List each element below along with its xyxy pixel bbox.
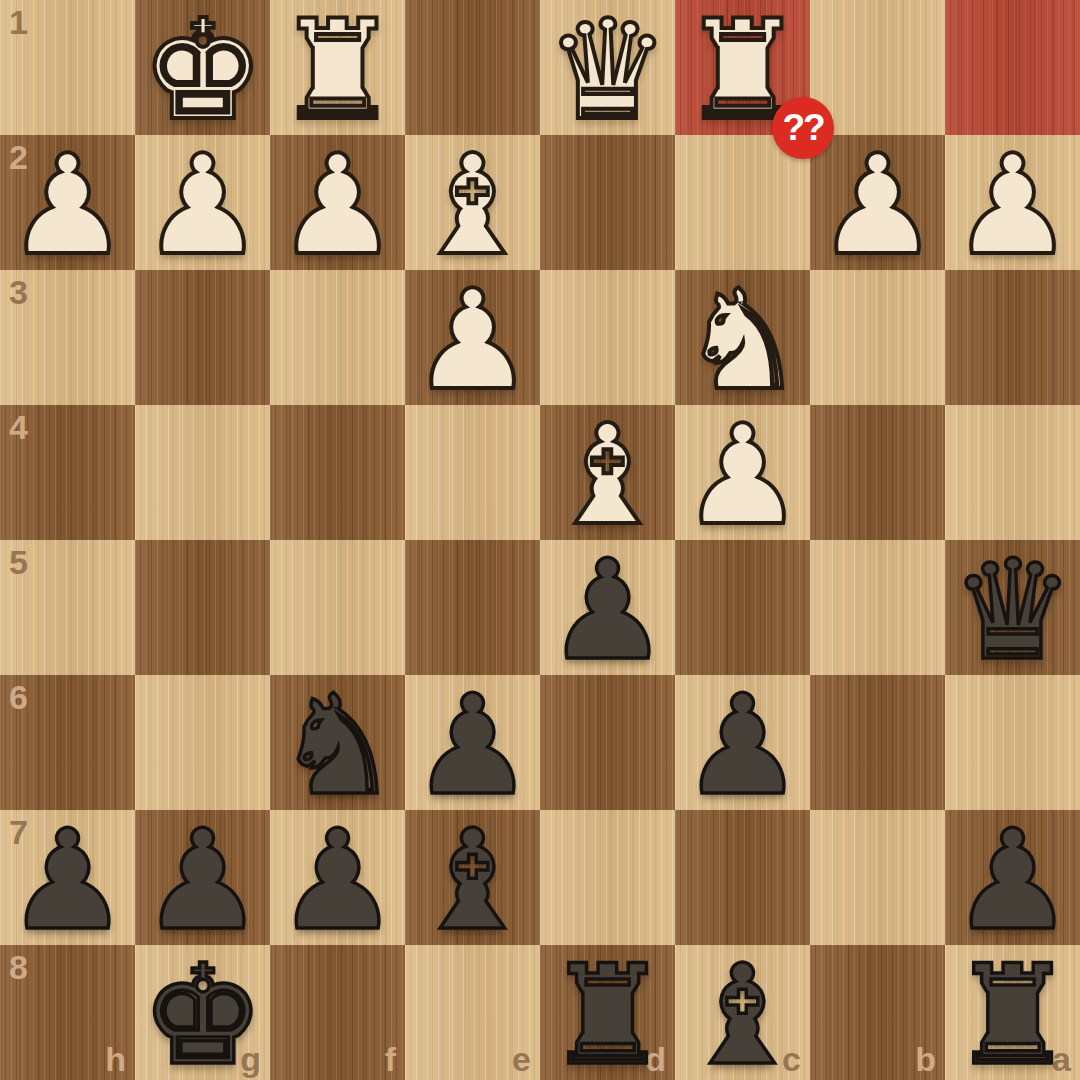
square-a7[interactable]: ♟ xyxy=(945,810,1080,945)
white-pawn[interactable]: ♟ xyxy=(270,138,405,273)
square-b7[interactable] xyxy=(810,810,945,945)
square-b3[interactable] xyxy=(810,270,945,405)
rank-label-6: 6 xyxy=(9,678,28,717)
square-b8[interactable]: b xyxy=(810,945,945,1080)
black-knight[interactable]: ♞ xyxy=(270,678,405,813)
square-g7[interactable]: ♟ xyxy=(135,810,270,945)
chess-board: ?? 1♚♜♛♜2♟♟♟♝♟♟3♟♞4♝♟5♟♛6♞♟♟7♟♟♟♝♟8hg♚fe… xyxy=(0,0,1080,1080)
square-f4[interactable] xyxy=(270,405,405,540)
white-bishop[interactable]: ♝ xyxy=(540,408,675,543)
black-pawn[interactable]: ♟ xyxy=(135,813,270,948)
square-g4[interactable] xyxy=(135,405,270,540)
file-label-e: e xyxy=(512,1040,531,1079)
square-h1[interactable]: 1 xyxy=(0,0,135,135)
square-d6[interactable] xyxy=(540,675,675,810)
square-d8[interactable]: d♜ xyxy=(540,945,675,1080)
square-d3[interactable] xyxy=(540,270,675,405)
square-g3[interactable] xyxy=(135,270,270,405)
white-rook[interactable]: ♜ xyxy=(270,3,405,138)
square-e7[interactable]: ♝ xyxy=(405,810,540,945)
black-pawn[interactable]: ♟ xyxy=(0,813,135,948)
square-b4[interactable] xyxy=(810,405,945,540)
square-d1[interactable]: ♛ xyxy=(540,0,675,135)
square-c8[interactable]: c♝ xyxy=(675,945,810,1080)
square-e8[interactable]: e xyxy=(405,945,540,1080)
white-pawn[interactable]: ♟ xyxy=(405,273,540,408)
square-g1[interactable]: ♚ xyxy=(135,0,270,135)
square-h8[interactable]: 8h xyxy=(0,945,135,1080)
square-g6[interactable] xyxy=(135,675,270,810)
square-f3[interactable] xyxy=(270,270,405,405)
black-pawn[interactable]: ♟ xyxy=(945,813,1080,948)
square-g5[interactable] xyxy=(135,540,270,675)
white-knight[interactable]: ♞ xyxy=(675,273,810,408)
square-a3[interactable] xyxy=(945,270,1080,405)
white-queen[interactable]: ♛ xyxy=(540,3,675,138)
black-pawn[interactable]: ♟ xyxy=(405,678,540,813)
blunder-badge: ?? xyxy=(772,97,834,159)
square-c5[interactable] xyxy=(675,540,810,675)
white-pawn[interactable]: ♟ xyxy=(945,138,1080,273)
square-f6[interactable]: ♞ xyxy=(270,675,405,810)
black-bishop[interactable]: ♝ xyxy=(405,813,540,948)
square-b6[interactable] xyxy=(810,675,945,810)
square-h3[interactable]: 3 xyxy=(0,270,135,405)
square-h7[interactable]: 7♟ xyxy=(0,810,135,945)
square-d7[interactable] xyxy=(540,810,675,945)
square-f1[interactable]: ♜ xyxy=(270,0,405,135)
black-rook[interactable]: ♜ xyxy=(945,948,1080,1080)
black-queen[interactable]: ♛ xyxy=(945,543,1080,678)
square-f2[interactable]: ♟ xyxy=(270,135,405,270)
rank-label-4: 4 xyxy=(9,408,28,447)
square-a8[interactable]: a♜ xyxy=(945,945,1080,1080)
square-c7[interactable] xyxy=(675,810,810,945)
white-pawn[interactable]: ♟ xyxy=(0,138,135,273)
file-label-h: h xyxy=(105,1040,126,1079)
square-d5[interactable]: ♟ xyxy=(540,540,675,675)
square-e4[interactable] xyxy=(405,405,540,540)
square-c4[interactable]: ♟ xyxy=(675,405,810,540)
square-g2[interactable]: ♟ xyxy=(135,135,270,270)
white-king[interactable]: ♚ xyxy=(135,3,270,138)
square-e6[interactable]: ♟ xyxy=(405,675,540,810)
black-bishop[interactable]: ♝ xyxy=(675,948,810,1080)
rank-label-3: 3 xyxy=(9,273,28,312)
rank-label-5: 5 xyxy=(9,543,28,582)
square-f5[interactable] xyxy=(270,540,405,675)
white-pawn[interactable]: ♟ xyxy=(810,138,945,273)
square-g8[interactable]: g♚ xyxy=(135,945,270,1080)
square-h5[interactable]: 5 xyxy=(0,540,135,675)
black-pawn[interactable]: ♟ xyxy=(675,678,810,813)
black-pawn[interactable]: ♟ xyxy=(540,543,675,678)
white-pawn[interactable]: ♟ xyxy=(675,408,810,543)
square-e5[interactable] xyxy=(405,540,540,675)
square-f7[interactable]: ♟ xyxy=(270,810,405,945)
square-c6[interactable]: ♟ xyxy=(675,675,810,810)
square-a2[interactable]: ♟ xyxy=(945,135,1080,270)
black-rook[interactable]: ♜ xyxy=(540,948,675,1080)
square-h4[interactable]: 4 xyxy=(0,405,135,540)
square-f8[interactable]: f xyxy=(270,945,405,1080)
file-label-b: b xyxy=(915,1040,936,1079)
square-d4[interactable]: ♝ xyxy=(540,405,675,540)
square-e3[interactable]: ♟ xyxy=(405,270,540,405)
square-e2[interactable]: ♝ xyxy=(405,135,540,270)
square-b2[interactable]: ♟ xyxy=(810,135,945,270)
square-e1[interactable] xyxy=(405,0,540,135)
square-a5[interactable]: ♛ xyxy=(945,540,1080,675)
black-king[interactable]: ♚ xyxy=(135,948,270,1080)
square-c3[interactable]: ♞ xyxy=(675,270,810,405)
square-h2[interactable]: 2♟ xyxy=(0,135,135,270)
square-h6[interactable]: 6 xyxy=(0,675,135,810)
square-d2[interactable] xyxy=(540,135,675,270)
square-a1[interactable] xyxy=(945,0,1080,135)
white-pawn[interactable]: ♟ xyxy=(135,138,270,273)
rank-label-1: 1 xyxy=(9,3,28,42)
square-b5[interactable] xyxy=(810,540,945,675)
black-pawn[interactable]: ♟ xyxy=(270,813,405,948)
file-label-f: f xyxy=(385,1040,396,1079)
white-bishop[interactable]: ♝ xyxy=(405,138,540,273)
square-a4[interactable] xyxy=(945,405,1080,540)
square-a6[interactable] xyxy=(945,675,1080,810)
rank-label-8: 8 xyxy=(9,948,28,987)
